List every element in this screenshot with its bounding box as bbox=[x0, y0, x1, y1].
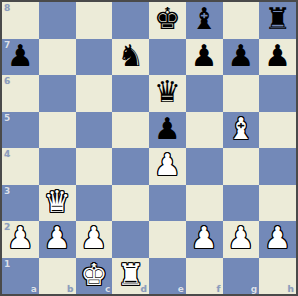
piece-white-bishop-icon[interactable]: ♝ bbox=[227, 114, 254, 144]
piece-black-pawn-icon[interactable]: ♟ bbox=[154, 114, 181, 144]
square-h4[interactable] bbox=[259, 148, 296, 185]
square-b7[interactable] bbox=[39, 39, 76, 76]
square-f1[interactable]: f bbox=[186, 258, 223, 295]
piece-white-rook-icon[interactable]: ♜ bbox=[117, 260, 144, 290]
piece-black-knight-icon[interactable]: ♞ bbox=[117, 41, 144, 71]
square-g8[interactable] bbox=[223, 2, 260, 39]
square-d7[interactable]: ♞ bbox=[112, 39, 149, 76]
piece-black-pawn-icon[interactable]: ♟ bbox=[264, 41, 291, 71]
square-d8[interactable] bbox=[112, 2, 149, 39]
square-c6[interactable] bbox=[76, 75, 113, 112]
square-d5[interactable] bbox=[112, 112, 149, 149]
rank-label-4: 4 bbox=[4, 149, 10, 159]
piece-black-pawn-icon[interactable]: ♟ bbox=[227, 41, 254, 71]
square-g4[interactable] bbox=[223, 148, 260, 185]
square-e4[interactable]: ♟ bbox=[149, 148, 186, 185]
square-a5[interactable]: 5 bbox=[2, 112, 39, 149]
square-c1[interactable]: c♚ bbox=[76, 258, 113, 295]
square-b8[interactable] bbox=[39, 2, 76, 39]
file-label-e: e bbox=[178, 284, 184, 294]
square-c5[interactable] bbox=[76, 112, 113, 149]
square-e6[interactable]: ♛ bbox=[149, 75, 186, 112]
piece-black-queen-icon[interactable]: ♛ bbox=[154, 77, 181, 107]
file-label-f: f bbox=[217, 284, 221, 294]
piece-white-pawn-icon[interactable]: ♟ bbox=[7, 223, 34, 253]
square-f4[interactable] bbox=[186, 148, 223, 185]
piece-white-pawn-icon[interactable]: ♟ bbox=[227, 223, 254, 253]
square-f2[interactable]: ♟ bbox=[186, 221, 223, 258]
square-f5[interactable] bbox=[186, 112, 223, 149]
square-e7[interactable] bbox=[149, 39, 186, 76]
square-a1[interactable]: 1a bbox=[2, 258, 39, 295]
file-label-b: b bbox=[67, 284, 73, 294]
square-b5[interactable] bbox=[39, 112, 76, 149]
square-g1[interactable]: g bbox=[223, 258, 260, 295]
square-g6[interactable] bbox=[223, 75, 260, 112]
square-b1[interactable]: b bbox=[39, 258, 76, 295]
square-b6[interactable] bbox=[39, 75, 76, 112]
square-a7[interactable]: 7♟ bbox=[2, 39, 39, 76]
square-g7[interactable]: ♟ bbox=[223, 39, 260, 76]
piece-white-queen-icon[interactable]: ♛ bbox=[44, 187, 71, 217]
rank-label-8: 8 bbox=[4, 3, 10, 13]
rank-label-3: 3 bbox=[4, 186, 10, 196]
square-e3[interactable] bbox=[149, 185, 186, 222]
square-d4[interactable] bbox=[112, 148, 149, 185]
square-e8[interactable]: ♚ bbox=[149, 2, 186, 39]
square-h8[interactable]: ♜ bbox=[259, 2, 296, 39]
square-a8[interactable]: 8 bbox=[2, 2, 39, 39]
square-a4[interactable]: 4 bbox=[2, 148, 39, 185]
chess-board-frame: 8♚♝♜7♟♞♟♟♟6♛5♟♝4♟3♛2♟♟♟♟♟♟1abc♚d♜efgh bbox=[0, 0, 298, 296]
square-h1[interactable]: h bbox=[259, 258, 296, 295]
square-b3[interactable]: ♛ bbox=[39, 185, 76, 222]
file-label-g: g bbox=[251, 284, 257, 294]
piece-white-pawn-icon[interactable]: ♟ bbox=[44, 223, 71, 253]
square-b2[interactable]: ♟ bbox=[39, 221, 76, 258]
square-h2[interactable]: ♟ bbox=[259, 221, 296, 258]
square-b4[interactable] bbox=[39, 148, 76, 185]
piece-white-pawn-icon[interactable]: ♟ bbox=[264, 223, 291, 253]
square-f8[interactable]: ♝ bbox=[186, 2, 223, 39]
square-d6[interactable] bbox=[112, 75, 149, 112]
piece-black-pawn-icon[interactable]: ♟ bbox=[191, 41, 218, 71]
rank-label-1: 1 bbox=[4, 259, 10, 269]
file-label-a: a bbox=[31, 284, 37, 294]
piece-white-king-icon[interactable]: ♚ bbox=[80, 260, 107, 290]
square-c4[interactable] bbox=[76, 148, 113, 185]
square-a2[interactable]: 2♟ bbox=[2, 221, 39, 258]
square-c7[interactable] bbox=[76, 39, 113, 76]
square-g5[interactable]: ♝ bbox=[223, 112, 260, 149]
rank-label-5: 5 bbox=[4, 113, 10, 123]
square-f6[interactable] bbox=[186, 75, 223, 112]
square-h5[interactable] bbox=[259, 112, 296, 149]
square-h7[interactable]: ♟ bbox=[259, 39, 296, 76]
file-label-h: h bbox=[288, 284, 294, 294]
square-g2[interactable]: ♟ bbox=[223, 221, 260, 258]
piece-black-pawn-icon[interactable]: ♟ bbox=[7, 41, 34, 71]
square-d2[interactable] bbox=[112, 221, 149, 258]
square-g3[interactable] bbox=[223, 185, 260, 222]
piece-black-rook-icon[interactable]: ♜ bbox=[264, 4, 291, 34]
square-h6[interactable] bbox=[259, 75, 296, 112]
square-e2[interactable] bbox=[149, 221, 186, 258]
square-e1[interactable]: e bbox=[149, 258, 186, 295]
square-f3[interactable] bbox=[186, 185, 223, 222]
square-d3[interactable] bbox=[112, 185, 149, 222]
piece-white-pawn-icon[interactable]: ♟ bbox=[191, 223, 218, 253]
rank-label-6: 6 bbox=[4, 76, 10, 86]
chess-board: 8♚♝♜7♟♞♟♟♟6♛5♟♝4♟3♛2♟♟♟♟♟♟1abc♚d♜efgh bbox=[2, 2, 296, 294]
square-c3[interactable] bbox=[76, 185, 113, 222]
square-e5[interactable]: ♟ bbox=[149, 112, 186, 149]
piece-black-king-icon[interactable]: ♚ bbox=[154, 4, 181, 34]
piece-black-bishop-icon[interactable]: ♝ bbox=[191, 4, 218, 34]
square-f7[interactable]: ♟ bbox=[186, 39, 223, 76]
square-c2[interactable]: ♟ bbox=[76, 221, 113, 258]
square-d1[interactable]: d♜ bbox=[112, 258, 149, 295]
square-h3[interactable] bbox=[259, 185, 296, 222]
square-a6[interactable]: 6 bbox=[2, 75, 39, 112]
piece-white-pawn-icon[interactable]: ♟ bbox=[154, 150, 181, 180]
square-c8[interactable] bbox=[76, 2, 113, 39]
piece-white-pawn-icon[interactable]: ♟ bbox=[80, 223, 107, 253]
square-a3[interactable]: 3 bbox=[2, 185, 39, 222]
